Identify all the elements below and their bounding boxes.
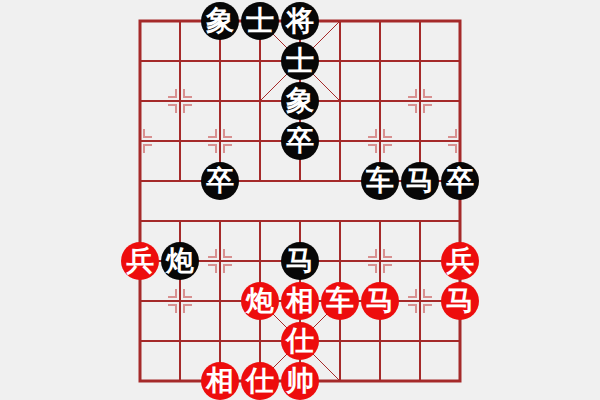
red-advisor[interactable]: 仕 [280, 321, 320, 361]
red-advisor[interactable]: 仕 [240, 361, 280, 400]
black-horse-glyph: 马 [401, 162, 439, 200]
black-horse-glyph: 马 [281, 242, 319, 280]
red-elephant-glyph: 相 [201, 362, 239, 400]
black-general-glyph: 将 [281, 2, 319, 40]
black-chariot-glyph: 车 [361, 162, 399, 200]
red-general[interactable]: 帅 [280, 361, 320, 400]
red-elephant-glyph: 相 [281, 282, 319, 320]
red-chariot-glyph: 车 [321, 282, 359, 320]
black-soldier[interactable]: 卒 [280, 121, 320, 161]
black-cannon[interactable]: 炮 [160, 241, 200, 281]
xiangqi-board: 象士将士象卒卒车马卒兵炮马兵炮相车马马仕相仕帅 [0, 0, 600, 400]
black-advisor-glyph: 士 [281, 42, 319, 80]
black-advisor[interactable]: 士 [240, 1, 280, 41]
black-elephant[interactable]: 象 [280, 81, 320, 121]
red-cannon-glyph: 炮 [241, 282, 279, 320]
red-advisor-glyph: 仕 [281, 322, 319, 360]
red-elephant[interactable]: 相 [280, 281, 320, 321]
red-soldier-glyph: 兵 [121, 242, 159, 280]
black-horse[interactable]: 马 [280, 241, 320, 281]
black-elephant-glyph: 象 [281, 82, 319, 120]
black-cannon-glyph: 炮 [161, 242, 199, 280]
red-chariot[interactable]: 车 [320, 281, 360, 321]
red-horse-glyph: 马 [361, 282, 399, 320]
black-soldier-glyph: 卒 [201, 162, 239, 200]
black-elephant[interactable]: 象 [200, 1, 240, 41]
red-elephant[interactable]: 相 [200, 361, 240, 400]
red-cannon[interactable]: 炮 [240, 281, 280, 321]
black-chariot[interactable]: 车 [360, 161, 400, 201]
black-advisor[interactable]: 士 [280, 41, 320, 81]
red-soldier-glyph: 兵 [441, 242, 479, 280]
black-elephant-glyph: 象 [201, 2, 239, 40]
red-advisor-glyph: 仕 [241, 362, 279, 400]
black-advisor-glyph: 士 [241, 2, 279, 40]
red-horse[interactable]: 马 [360, 281, 400, 321]
piece-grid: 象士将士象卒卒车马卒兵炮马兵炮相车马马仕相仕帅 [120, 1, 480, 400]
black-soldier-glyph: 卒 [441, 162, 479, 200]
black-general[interactable]: 将 [280, 1, 320, 41]
red-horse-glyph: 马 [441, 282, 479, 320]
red-soldier[interactable]: 兵 [440, 241, 480, 281]
black-soldier[interactable]: 卒 [200, 161, 240, 201]
red-soldier[interactable]: 兵 [120, 241, 160, 281]
red-general-glyph: 帅 [281, 362, 319, 400]
black-horse[interactable]: 马 [400, 161, 440, 201]
red-horse[interactable]: 马 [440, 281, 480, 321]
black-soldier-glyph: 卒 [281, 122, 319, 160]
black-soldier[interactable]: 卒 [440, 161, 480, 201]
